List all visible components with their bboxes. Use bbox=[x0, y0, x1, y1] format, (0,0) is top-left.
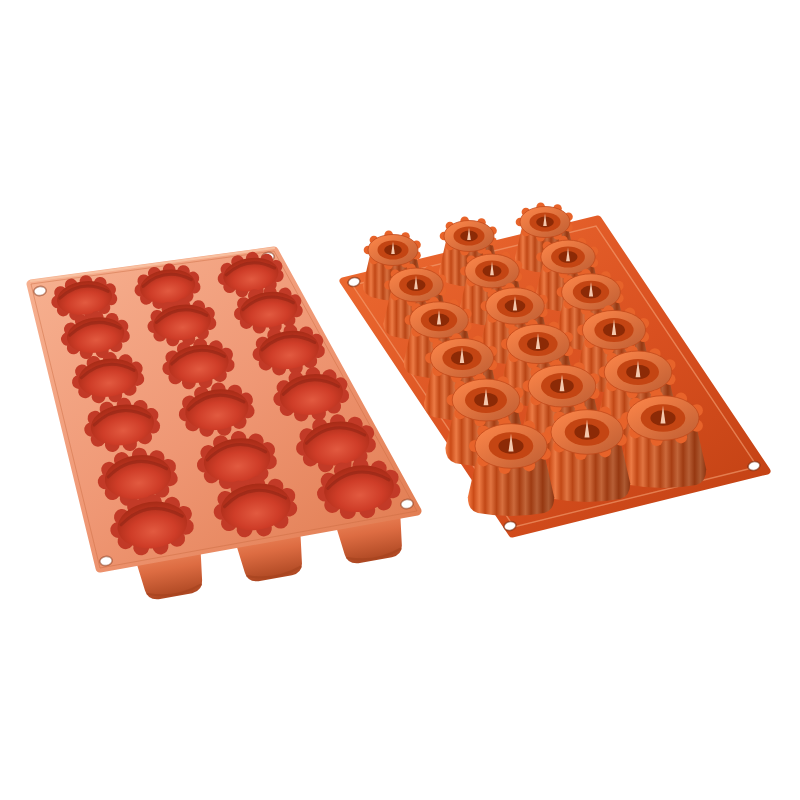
product-photo-canvas bbox=[0, 0, 800, 800]
product-photo bbox=[0, 0, 800, 800]
